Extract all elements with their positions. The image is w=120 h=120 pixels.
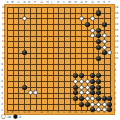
star-point: [24, 24, 26, 26]
row-label-left: 7: [1, 74, 3, 77]
row-label-left: 9: [1, 63, 3, 66]
row-label-left: 15: [1, 28, 5, 31]
column-label-bottom: L: [63, 110, 65, 113]
column-label-top: O: [80, 1, 82, 4]
column-label-bottom: N: [74, 110, 76, 113]
grid-line-vertical: [64, 7, 65, 110]
row-label-right: 14: [115, 34, 119, 37]
column-label-top: S: [103, 1, 105, 4]
row-label-left: 12: [1, 45, 5, 48]
white-stone[interactable]: [79, 85, 84, 90]
row-label-left: 11: [1, 51, 5, 54]
black-stone[interactable]: [102, 22, 107, 27]
column-label-top: D: [23, 1, 25, 4]
column-label-top: N: [74, 1, 76, 4]
white-stone[interactable]: [102, 39, 107, 44]
column-label-bottom: O: [80, 110, 82, 113]
row-label-left: 5: [1, 85, 3, 88]
column-label-top: Q: [92, 1, 94, 4]
row-label-right: 15: [115, 28, 119, 31]
black-stone[interactable]: [85, 102, 90, 107]
column-label-bottom: D: [23, 110, 25, 113]
black-stone[interactable]: [96, 28, 101, 33]
row-label-right: 17: [115, 17, 119, 20]
column-label-top: F: [34, 1, 36, 4]
column-label-top: A: [6, 1, 8, 4]
row-label-right: 2: [114, 102, 116, 105]
row-label-left: 6: [1, 80, 3, 83]
row-label-left: 10: [1, 57, 5, 60]
row-label-right: 9: [114, 63, 116, 66]
white-stone[interactable]: [102, 102, 107, 107]
black-stone[interactable]: [85, 22, 90, 27]
column-label-top: L: [63, 1, 65, 4]
row-label-right: 19: [115, 6, 119, 9]
row-label-right: 5: [114, 85, 116, 88]
black-capture-count: 2: [19, 114, 21, 119]
white-capture-count: 10: [7, 114, 11, 119]
row-label-right: 7: [114, 74, 116, 77]
column-label-top: G: [40, 1, 42, 4]
row-label-right: 18: [115, 11, 119, 14]
column-label-top: M: [69, 1, 71, 4]
white-stone[interactable]: [96, 102, 101, 107]
row-label-left: 18: [1, 11, 5, 14]
column-label-bottom: K: [57, 110, 59, 113]
row-label-left: 3: [1, 97, 3, 100]
grid-line-horizontal: [7, 64, 110, 65]
column-label-top: C: [17, 1, 19, 4]
black-stone[interactable]: [22, 85, 27, 90]
row-label-left: 13: [1, 40, 5, 43]
column-label-bottom: B: [12, 110, 14, 113]
row-label-right: 6: [114, 80, 116, 83]
column-label-top: H: [46, 1, 48, 4]
white-stone[interactable]: [102, 45, 107, 50]
column-label-top: P: [86, 1, 88, 4]
black-stone[interactable]: [102, 96, 107, 101]
row-label-right: 13: [115, 40, 119, 43]
black-stone[interactable]: [73, 85, 78, 90]
grid-line-vertical: [70, 7, 71, 110]
black-stone[interactable]: [96, 45, 101, 50]
white-stone[interactable]: [85, 85, 90, 90]
black-stone[interactable]: [96, 10, 101, 15]
go-diagram: ○ 10 ● 2 AA1919BB1818CC1717DD1616EE1515F…: [0, 0, 120, 120]
column-label-top: T: [109, 1, 111, 4]
white-stone-icon: ○: [1, 114, 6, 120]
black-stone-icon: ●: [13, 114, 18, 120]
row-label-left: 4: [1, 91, 3, 94]
row-label-left: 17: [1, 17, 5, 20]
row-label-right: 3: [114, 97, 116, 100]
row-label-left: 8: [1, 68, 3, 71]
column-label-bottom: H: [46, 110, 48, 113]
column-label-top: J: [51, 1, 52, 4]
black-stone[interactable]: [96, 79, 101, 84]
row-label-right: 16: [115, 23, 119, 26]
row-label-right: 10: [115, 57, 119, 60]
black-stone[interactable]: [96, 85, 101, 90]
column-label-top: E: [29, 1, 31, 4]
black-stone[interactable]: [79, 96, 84, 101]
column-label-bottom: A: [6, 110, 8, 113]
row-label-left: 16: [1, 23, 5, 26]
column-label-bottom: E: [29, 110, 31, 113]
column-label-top: R: [97, 1, 99, 4]
column-label-top: B: [12, 1, 14, 4]
white-stone[interactable]: [79, 79, 84, 84]
row-label-left: 2: [1, 102, 3, 105]
column-label-bottom: F: [34, 110, 36, 113]
grid-line-horizontal: [7, 70, 110, 71]
row-label-left: 1: [1, 108, 3, 111]
row-label-right: 11: [115, 51, 119, 54]
column-label-bottom: M: [69, 110, 71, 113]
white-stone[interactable]: [85, 79, 90, 84]
grid-line-vertical: [110, 7, 111, 110]
black-stone[interactable]: [79, 102, 84, 107]
capture-caption: ○ 10 ● 2: [1, 114, 21, 120]
row-label-left: 19: [1, 6, 5, 9]
column-label-bottom: C: [17, 110, 19, 113]
column-label-top: K: [57, 1, 59, 4]
row-label-left: 14: [1, 34, 5, 37]
row-label-right: 4: [114, 91, 116, 94]
column-label-bottom: G: [40, 110, 42, 113]
row-label-right: 8: [114, 68, 116, 71]
white-stone[interactable]: [85, 96, 90, 101]
row-label-right: 12: [115, 45, 119, 48]
row-label-right: 1: [114, 108, 116, 111]
